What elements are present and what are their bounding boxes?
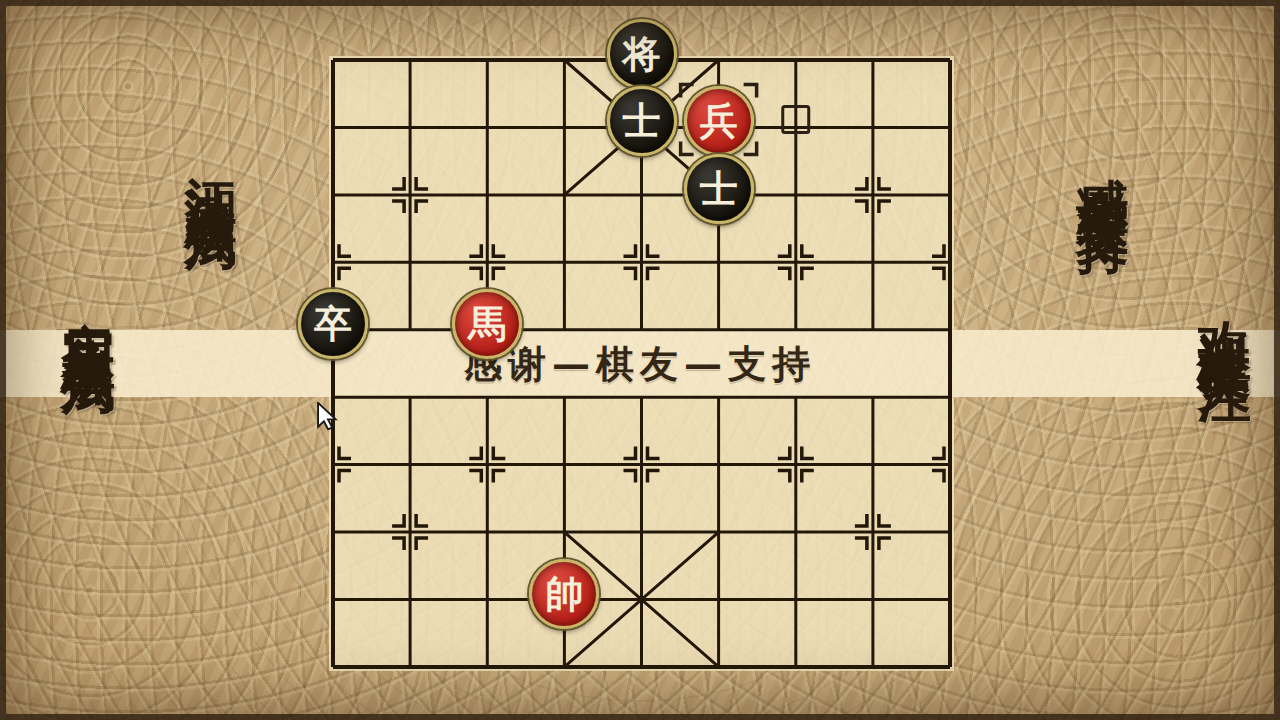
side-text-left-inner: 江湖象棋残局 — [176, 136, 246, 190]
red-horse[interactable]: 馬 — [452, 289, 522, 359]
black-advisor[interactable]: 士 — [607, 86, 677, 156]
black-advisor[interactable]: 士 — [684, 154, 754, 224]
piece-glyph: 兵 — [687, 89, 751, 153]
black-general[interactable]: 将 — [607, 19, 677, 89]
side-text-left-outer: 实用象棋残局 — [52, 278, 125, 332]
red-soldier[interactable]: 兵 — [684, 86, 754, 156]
side-text-right-outer: 欢迎棋友关注 — [1188, 278, 1261, 332]
side-text-right-inner: 感谢棋友支持 — [1068, 136, 1138, 190]
piece-glyph: 士 — [687, 157, 751, 221]
piece-glyph: 将 — [610, 22, 674, 86]
xiangqi-video-frame: 感谢—棋友—支持 实用象棋残局 江湖象棋残局 感谢棋友支持 欢迎棋友关注 将士兵… — [0, 0, 1280, 720]
piece-glyph: 帥 — [532, 562, 596, 626]
red-general[interactable]: 帥 — [529, 559, 599, 629]
black-soldier[interactable]: 卒 — [298, 289, 368, 359]
piece-glyph: 馬 — [455, 292, 519, 356]
subtitle-text: 感谢—棋友—支持 — [0, 336, 1280, 392]
piece-glyph: 士 — [610, 89, 674, 153]
piece-glyph: 卒 — [301, 292, 365, 356]
